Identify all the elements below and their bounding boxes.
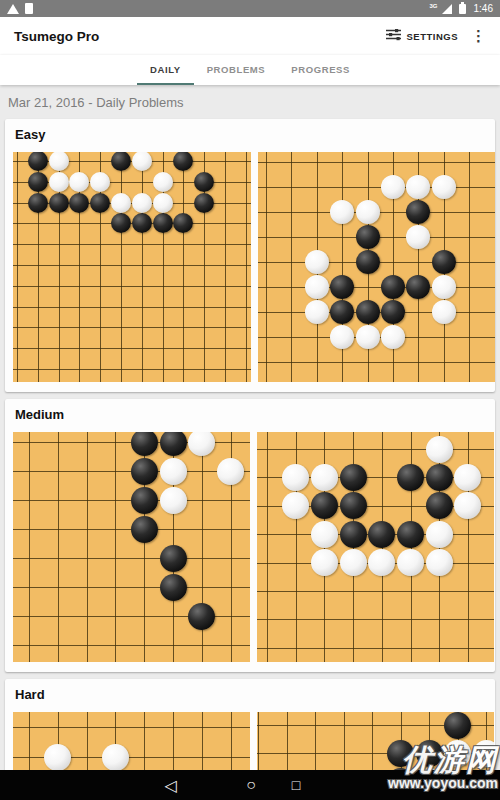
black-stone: [368, 521, 395, 548]
white-stone: [406, 175, 430, 199]
black-stone: [311, 492, 338, 519]
sim-card-icon: [25, 3, 33, 14]
white-stone: [90, 172, 110, 192]
black-stone: [111, 152, 131, 171]
white-stone: [282, 492, 309, 519]
white-stone: [330, 200, 354, 224]
black-stone: [160, 574, 187, 601]
white-stone: [381, 175, 405, 199]
white-stone: [305, 275, 329, 299]
black-stone: [194, 193, 214, 213]
black-stone: [173, 152, 193, 171]
go-board-easy-1[interactable]: [13, 152, 251, 382]
white-stone: [311, 549, 338, 576]
white-stone: [432, 300, 456, 324]
card-easy-title: Easy: [15, 127, 495, 142]
white-stone: [111, 193, 131, 213]
clock-text: 1:46: [474, 3, 493, 14]
black-stone: [340, 492, 367, 519]
white-stone: [311, 521, 338, 548]
white-stone: [368, 549, 395, 576]
go-board-easy-2[interactable]: [258, 152, 495, 382]
white-stone: [426, 521, 453, 548]
recents-button[interactable]: □: [285, 770, 307, 800]
settings-button[interactable]: SETTINGS: [386, 27, 458, 45]
go-board-medium-1[interactable]: [13, 432, 250, 662]
white-stone: [132, 193, 152, 213]
white-stone: [397, 549, 424, 576]
signal-strength-icon: [442, 4, 452, 14]
tab-bar: DAILY PROBLEMS PROGRESS: [0, 55, 500, 85]
tab-daily[interactable]: DAILY: [137, 55, 194, 85]
white-stone: [132, 152, 152, 171]
content-area: Mar 21, 2016 - Daily Problems Easy Mediu…: [0, 85, 500, 800]
black-stone: [49, 193, 69, 213]
battery-icon: [459, 4, 466, 14]
black-stone: [188, 603, 215, 630]
white-stone: [406, 225, 430, 249]
black-stone: [444, 712, 471, 739]
white-stone: [432, 275, 456, 299]
white-stone: [160, 458, 187, 485]
white-stone: [330, 325, 354, 349]
card-medium-title: Medium: [15, 407, 495, 422]
white-stone: [454, 492, 481, 519]
black-stone: [28, 172, 48, 192]
black-stone: [381, 275, 405, 299]
black-stone: [340, 464, 367, 491]
white-stone: [160, 487, 187, 514]
black-stone: [432, 250, 456, 274]
white-stone: [426, 549, 453, 576]
white-stone: [356, 325, 380, 349]
black-stone: [381, 300, 405, 324]
black-stone: [131, 516, 158, 543]
tab-problems[interactable]: PROBLEMS: [194, 55, 279, 85]
black-stone: [406, 200, 430, 224]
black-stone: [387, 740, 414, 767]
white-stone: [153, 172, 173, 192]
back-button[interactable]: ◁: [160, 770, 182, 800]
white-stone: [432, 175, 456, 199]
black-stone: [90, 193, 110, 213]
black-stone: [131, 487, 158, 514]
black-stone: [356, 300, 380, 324]
white-stone: [153, 193, 173, 213]
black-stone: [356, 250, 380, 274]
white-stone: [311, 464, 338, 491]
black-stone: [69, 193, 89, 213]
black-stone: [173, 213, 193, 233]
black-stone: [28, 152, 48, 171]
home-button[interactable]: ○: [240, 770, 262, 800]
black-stone: [426, 492, 453, 519]
white-stone: [381, 325, 405, 349]
black-stone: [28, 193, 48, 213]
card-easy: Easy: [5, 119, 495, 392]
white-stone: [49, 172, 69, 192]
white-stone: [340, 549, 367, 576]
black-stone: [340, 521, 367, 548]
warning-triangle-icon: [7, 4, 19, 14]
black-stone: [131, 458, 158, 485]
black-stone: [406, 275, 430, 299]
overflow-menu-button[interactable]: ⋮: [467, 27, 490, 45]
black-stone: [330, 300, 354, 324]
black-stone: [426, 464, 453, 491]
black-stone: [397, 464, 424, 491]
white-stone: [454, 464, 481, 491]
white-stone: [102, 744, 129, 771]
white-stone: [69, 172, 89, 192]
white-stone: [473, 740, 495, 767]
black-stone: [111, 213, 131, 233]
tune-sliders-icon: [386, 27, 401, 45]
android-nav-bar: ◁ ○ □: [0, 770, 500, 800]
white-stone: [49, 152, 69, 171]
white-stone: [356, 200, 380, 224]
black-stone: [416, 740, 443, 767]
status-bar: 3G 1:46: [0, 0, 500, 17]
app-title: Tsumego Pro: [14, 29, 99, 44]
white-stone: [217, 458, 244, 485]
black-stone: [194, 172, 214, 192]
black-stone: [356, 225, 380, 249]
black-stone: [131, 432, 158, 456]
black-stone: [132, 213, 152, 233]
white-stone: [444, 740, 471, 767]
white-stone: [426, 436, 453, 463]
black-stone: [153, 213, 173, 233]
black-stone: [397, 521, 424, 548]
white-stone: [305, 300, 329, 324]
black-stone: [160, 545, 187, 572]
settings-button-label: SETTINGS: [406, 31, 458, 42]
white-stone: [282, 464, 309, 491]
app-bar: Tsumego Pro SETTINGS ⋮: [0, 17, 500, 55]
card-hard-title: Hard: [15, 687, 495, 702]
go-board-medium-2[interactable]: [257, 432, 494, 662]
card-medium: Medium: [5, 399, 495, 672]
black-stone: [160, 432, 187, 456]
white-stone: [188, 432, 215, 456]
white-stone: [305, 250, 329, 274]
page-title: Mar 21, 2016 - Daily Problems: [8, 95, 500, 110]
tab-progress[interactable]: PROGRESS: [278, 55, 363, 85]
white-stone: [44, 744, 71, 771]
network-type-label: 3G: [430, 3, 438, 9]
black-stone: [330, 275, 354, 299]
